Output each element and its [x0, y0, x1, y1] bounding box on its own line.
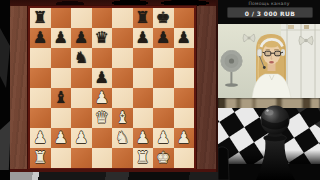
square-e6[interactable]	[112, 48, 133, 68]
square-c6[interactable]: ♞	[71, 48, 92, 68]
square-c4[interactable]	[71, 88, 92, 108]
square-h1[interactable]	[174, 148, 195, 168]
square-b3[interactable]	[51, 108, 72, 128]
donation-progress-bar: 0 / 3 000 RUB	[227, 7, 313, 18]
square-e4[interactable]	[112, 88, 133, 108]
square-h4[interactable]	[174, 88, 195, 108]
square-a1[interactable]: ♜	[30, 148, 51, 168]
square-f4[interactable]	[133, 88, 154, 108]
black-pawn-artwork	[218, 98, 320, 180]
square-c2[interactable]: ♟	[71, 128, 92, 148]
streamer	[252, 34, 291, 98]
black-pawn-f7[interactable]: ♟	[133, 28, 154, 48]
square-b8[interactable]	[51, 8, 72, 28]
square-a8[interactable]: ♜	[30, 8, 51, 28]
chess-board: ♜♜♚♟♟♟♛♟♟♟♞♟♝♟♛♝♟♟♟♞♟♟♟♜♜♚	[28, 6, 196, 170]
square-c7[interactable]: ♟	[71, 28, 92, 48]
donation-amount: 0 / 3 000 RUB	[228, 10, 312, 17]
square-c8[interactable]	[71, 8, 92, 28]
square-c1[interactable]	[71, 148, 92, 168]
square-f3[interactable]	[133, 108, 154, 128]
square-b5[interactable]	[51, 68, 72, 88]
white-pawn-f2[interactable]: ♟	[133, 128, 154, 148]
black-knight-c6[interactable]: ♞	[71, 48, 92, 68]
black-pawn-c7[interactable]: ♟	[71, 28, 92, 48]
square-d8[interactable]	[92, 8, 113, 28]
square-g2[interactable]: ♟	[153, 128, 174, 148]
square-h7[interactable]: ♟	[174, 28, 195, 48]
square-f6[interactable]	[133, 48, 154, 68]
white-pawn-h2[interactable]: ♟	[174, 128, 195, 148]
square-d1[interactable]	[92, 148, 113, 168]
black-pawn-h7[interactable]: ♟	[174, 28, 195, 48]
donation-overlay: Помощь каналу 0 / 3 000 RUB	[218, 0, 320, 24]
square-h5[interactable]	[174, 68, 195, 88]
white-pawn-a2[interactable]: ♟	[30, 128, 51, 148]
square-e5[interactable]	[112, 68, 133, 88]
stream-frame: ♜♜♚♟♟♟♛♟♟♟♞♟♝♟♛♝♟♟♟♞♟♟♟♜♜♚ Помощь каналу…	[0, 0, 320, 180]
stream-side-panel: Помощь каналу 0 / 3 000 RUB	[218, 0, 320, 180]
square-e3[interactable]: ♝	[112, 108, 133, 128]
square-h3[interactable]	[174, 108, 195, 128]
square-f2[interactable]: ♟	[133, 128, 154, 148]
square-g1[interactable]: ♚	[153, 148, 174, 168]
square-d3[interactable]: ♛	[92, 108, 113, 128]
black-bishop-b4[interactable]: ♝	[51, 88, 72, 108]
background-art-bottom	[10, 172, 218, 180]
white-knight-e2[interactable]: ♞	[112, 128, 133, 148]
square-d7[interactable]: ♛	[92, 28, 113, 48]
white-king-g1[interactable]: ♚	[153, 148, 174, 168]
square-g3[interactable]	[153, 108, 174, 128]
square-h2[interactable]: ♟	[174, 128, 195, 148]
square-b1[interactable]	[51, 148, 72, 168]
square-e7[interactable]	[112, 28, 133, 48]
black-pawn-b7[interactable]: ♟	[51, 28, 72, 48]
square-a4[interactable]	[30, 88, 51, 108]
black-pawn-a7[interactable]: ♟	[30, 28, 51, 48]
square-c3[interactable]	[71, 108, 92, 128]
square-e2[interactable]: ♞	[112, 128, 133, 148]
white-bishop-e3[interactable]: ♝	[112, 108, 133, 128]
headphone-cup-left	[257, 49, 262, 57]
black-king-g8[interactable]: ♚	[153, 8, 174, 28]
square-d4[interactable]: ♟	[92, 88, 113, 108]
white-pawn-d4[interactable]: ♟	[92, 88, 113, 108]
square-f5[interactable]	[133, 68, 154, 88]
square-d2[interactable]	[92, 128, 113, 148]
square-a3[interactable]	[30, 108, 51, 128]
lips	[269, 61, 274, 63]
square-b2[interactable]: ♟	[51, 128, 72, 148]
square-b4[interactable]: ♝	[51, 88, 72, 108]
black-queen-d7[interactable]: ♛	[92, 28, 113, 48]
background-piece	[218, 147, 229, 180]
square-g4[interactable]	[153, 88, 174, 108]
square-g6[interactable]	[153, 48, 174, 68]
white-rook-a1[interactable]: ♜	[30, 148, 51, 168]
webcam-video	[218, 24, 320, 98]
square-a2[interactable]: ♟	[30, 128, 51, 148]
square-f1[interactable]: ♜	[133, 148, 154, 168]
black-rook-a8[interactable]: ♜	[30, 8, 51, 28]
square-c5[interactable]	[71, 68, 92, 88]
black-rook-f8[interactable]: ♜	[133, 8, 154, 28]
white-queen-d3[interactable]: ♛	[92, 108, 113, 128]
square-g8[interactable]: ♚	[153, 8, 174, 28]
square-d5[interactable]: ♟	[92, 68, 113, 88]
board-wooden-frame: ♜♜♚♟♟♟♛♟♟♟♞♟♝♟♛♝♟♟♟♞♟♟♟♜♜♚	[10, 0, 218, 172]
square-h6[interactable]	[174, 48, 195, 68]
square-b7[interactable]: ♟	[51, 28, 72, 48]
square-a5[interactable]	[30, 68, 51, 88]
background-shard	[0, 28, 10, 88]
square-b6[interactable]	[51, 48, 72, 68]
square-e8[interactable]	[112, 8, 133, 28]
white-pawn-b2[interactable]: ♟	[51, 128, 72, 148]
white-pawn-g2[interactable]: ♟	[153, 128, 174, 148]
square-g5[interactable]	[153, 68, 174, 88]
chess-artwork	[218, 98, 320, 180]
white-pawn-c2[interactable]: ♟	[71, 128, 92, 148]
donation-title: Помощь каналу	[218, 1, 320, 6]
square-h8[interactable]	[174, 8, 195, 28]
white-rook-f1[interactable]: ♜	[133, 148, 154, 168]
black-pawn-g7[interactable]: ♟	[153, 28, 174, 48]
square-f8[interactable]: ♜	[133, 8, 154, 28]
square-d6[interactable]	[92, 48, 113, 68]
mic	[263, 66, 266, 69]
black-pawn-d5[interactable]: ♟	[92, 68, 113, 88]
webcam-scene	[218, 24, 320, 98]
square-g7[interactable]: ♟	[153, 28, 174, 48]
square-e1[interactable]	[112, 148, 133, 168]
square-a7[interactable]: ♟	[30, 28, 51, 48]
square-f7[interactable]: ♟	[133, 28, 154, 48]
square-a6[interactable]	[30, 48, 51, 68]
